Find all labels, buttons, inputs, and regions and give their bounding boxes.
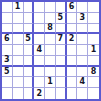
cell-r5c7[interactable] — [67, 45, 78, 56]
cell-r2c3[interactable] — [24, 13, 35, 24]
cell-r5c2[interactable] — [13, 45, 24, 56]
cell-r4c5[interactable] — [45, 34, 56, 45]
cell-r9c7[interactable] — [67, 88, 78, 99]
cell-r5c5[interactable] — [45, 45, 56, 56]
cell-r1c2[interactable]: 1 — [13, 2, 24, 13]
cell-r5c3[interactable] — [24, 45, 35, 56]
cell-r9c4[interactable]: 2 — [34, 88, 45, 99]
cell-r4c9[interactable] — [88, 34, 99, 45]
cell-r8c2[interactable] — [13, 77, 24, 88]
cell-r9c1[interactable] — [2, 88, 13, 99]
cell-r7c1[interactable]: 5 — [2, 67, 13, 78]
cell-r3c7[interactable] — [67, 24, 78, 35]
cell-r6c7[interactable] — [67, 56, 78, 67]
cell-r7c8[interactable] — [77, 67, 88, 78]
cell-r9c8[interactable] — [77, 88, 88, 99]
cell-r6c9[interactable] — [88, 56, 99, 67]
cell-r8c7[interactable] — [67, 77, 78, 88]
cell-r4c2[interactable] — [13, 34, 24, 45]
cell-r2c9[interactable] — [88, 13, 99, 24]
cell-r8c6[interactable] — [56, 77, 67, 88]
cell-r6c3[interactable] — [24, 56, 35, 67]
cell-r6c2[interactable] — [13, 56, 24, 67]
cell-r3c3[interactable] — [24, 24, 35, 35]
cell-r7c5[interactable] — [45, 67, 56, 78]
cell-r4c8[interactable] — [77, 34, 88, 45]
cell-r3c2[interactable] — [13, 24, 24, 35]
cell-r2c2[interactable] — [13, 13, 24, 24]
cell-r6c5[interactable] — [45, 56, 56, 67]
cell-r3c1[interactable] — [2, 24, 13, 35]
cell-r2c8[interactable]: 3 — [77, 13, 88, 24]
cell-r8c9[interactable] — [88, 77, 99, 88]
cell-r5c6[interactable] — [56, 45, 67, 56]
cell-r7c4[interactable] — [34, 67, 45, 78]
cell-r6c8[interactable] — [77, 56, 88, 67]
cell-r1c1[interactable] — [2, 2, 13, 13]
cell-r9c5[interactable] — [45, 88, 56, 99]
cell-r5c8[interactable] — [77, 45, 88, 56]
cell-r6c6[interactable] — [56, 56, 67, 67]
cell-r1c3[interactable] — [24, 2, 35, 13]
cell-r3c5[interactable]: 8 — [45, 24, 56, 35]
cell-r3c9[interactable] — [88, 24, 99, 35]
cell-r1c4[interactable] — [34, 2, 45, 13]
cell-r8c4[interactable] — [34, 77, 45, 88]
cell-r9c2[interactable] — [13, 88, 24, 99]
cell-r9c6[interactable] — [56, 88, 67, 99]
cell-r1c9[interactable] — [88, 2, 99, 13]
cell-r2c5[interactable] — [45, 13, 56, 24]
cell-r2c4[interactable] — [34, 13, 45, 24]
cell-r8c1[interactable] — [2, 77, 13, 88]
cell-r8c3[interactable] — [24, 77, 35, 88]
cell-r1c7[interactable]: 6 — [67, 2, 78, 13]
cell-r9c9[interactable] — [88, 88, 99, 99]
cell-r3c8[interactable] — [77, 24, 88, 35]
cell-r8c5[interactable]: 1 — [45, 77, 56, 88]
cell-r3c4[interactable] — [34, 24, 45, 35]
cell-r7c2[interactable] — [13, 67, 24, 78]
cell-r2c7[interactable] — [67, 13, 78, 24]
cell-r4c3[interactable]: 5 — [24, 34, 35, 45]
cell-r4c6[interactable]: 7 — [56, 34, 67, 45]
cell-r3c6[interactable] — [56, 24, 67, 35]
cell-r5c1[interactable] — [2, 45, 13, 56]
cell-r7c3[interactable] — [24, 67, 35, 78]
cell-r5c9[interactable]: 1 — [88, 45, 99, 56]
cell-r7c7[interactable] — [67, 67, 78, 78]
cell-r1c6[interactable] — [56, 2, 67, 13]
cell-r4c4[interactable] — [34, 34, 45, 45]
cell-r1c8[interactable] — [77, 2, 88, 13]
cell-r9c3[interactable] — [24, 88, 35, 99]
cell-r2c6[interactable]: 5 — [56, 13, 67, 24]
cell-r2c1[interactable] — [2, 13, 13, 24]
cell-r7c6[interactable] — [56, 67, 67, 78]
cell-r8c8[interactable]: 4 — [77, 77, 88, 88]
sudoku-board: 16538657241358142 — [0, 0, 101, 101]
cell-r6c1[interactable]: 3 — [2, 56, 13, 67]
cell-r7c9[interactable]: 8 — [88, 67, 99, 78]
cell-r5c4[interactable]: 4 — [34, 45, 45, 56]
cell-r1c5[interactable] — [45, 2, 56, 13]
cell-r6c4[interactable] — [34, 56, 45, 67]
cell-r4c1[interactable]: 6 — [2, 34, 13, 45]
cell-r4c7[interactable]: 2 — [67, 34, 78, 45]
